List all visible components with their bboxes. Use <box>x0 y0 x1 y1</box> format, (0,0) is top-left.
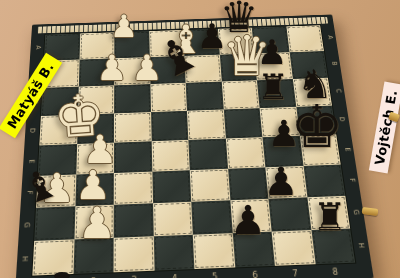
file-label: G <box>23 222 31 228</box>
square-a8 <box>286 25 324 52</box>
file-label: F <box>347 178 355 182</box>
white-piece-P-h2: ♟ <box>76 202 119 245</box>
square-h1 <box>32 239 74 275</box>
square-h3 <box>114 236 154 272</box>
square-f3 <box>114 172 153 205</box>
photo-of-chess-game: ABCDEFGH ABCDEFGH 12345678 ♟♟♟♝♝♟♛♛♟♜♞♚♟… <box>0 0 400 278</box>
square-h4 <box>153 235 194 271</box>
square-f8 <box>303 165 345 198</box>
file-label: D <box>29 128 36 133</box>
square-g5 <box>191 200 232 234</box>
square-c3 <box>114 84 150 113</box>
square-g4 <box>153 202 193 236</box>
file-label: H <box>21 256 29 262</box>
file-label: E <box>27 159 34 163</box>
file-label: H <box>357 243 365 249</box>
file-label: G <box>352 210 360 216</box>
black-piece-P-h6: ♟ <box>228 200 268 240</box>
square-g1 <box>34 206 75 241</box>
square-g3 <box>114 203 154 238</box>
rank-label: 7 <box>292 270 298 278</box>
square-c5 <box>186 82 224 111</box>
black-piece-P-g7: ♟ <box>262 162 301 201</box>
file-label: A <box>326 35 333 39</box>
square-d3 <box>114 112 151 143</box>
black-piece-R-h8: ♜ <box>311 198 349 236</box>
rank-label: 6 <box>252 271 258 278</box>
file-label: A <box>34 45 41 49</box>
square-e5 <box>188 139 227 171</box>
white-piece-P-a2: ♟ <box>109 11 140 42</box>
square-f4 <box>152 170 191 203</box>
square-d4 <box>151 111 189 141</box>
square-f5 <box>190 169 230 202</box>
square-e6 <box>225 137 265 169</box>
captured-piece-cut-off <box>54 272 70 278</box>
black-piece-P-b7: ♟ <box>255 35 289 69</box>
square-e3 <box>114 141 152 173</box>
square-e4 <box>151 140 190 172</box>
black-player-name-tag: Vojtěch E. <box>369 81 400 173</box>
rank-label: 4 <box>172 274 178 278</box>
brass-clasp-icon <box>362 207 379 216</box>
rank-label: 5 <box>212 273 218 278</box>
black-piece-P-e7: ♟ <box>266 116 302 152</box>
square-h7 <box>272 230 315 266</box>
black-piece-R-d7: ♜ <box>256 70 291 105</box>
square-d5 <box>187 109 225 139</box>
rank-label: 8 <box>332 268 339 277</box>
square-d6 <box>223 108 262 138</box>
